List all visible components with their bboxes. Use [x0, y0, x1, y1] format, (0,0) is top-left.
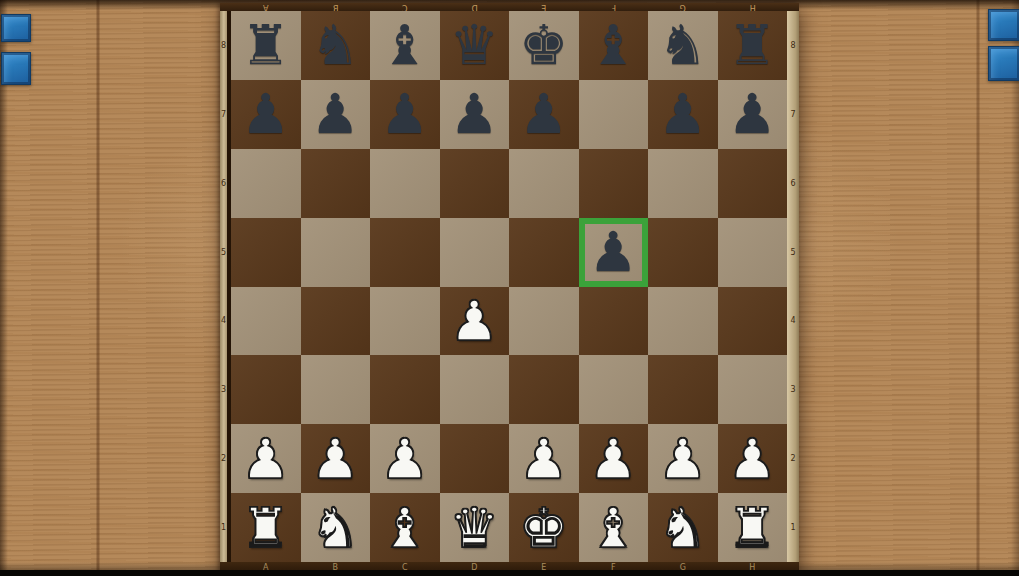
chess-board-frame: A B C D E F G H 8 7 6 5 4 3 2 1 ♜ ♞ ♝ ♛ … [220, 3, 799, 574]
square-g8[interactable]: ♞ [648, 11, 718, 80]
square-g3[interactable] [648, 355, 718, 424]
square-a3[interactable] [231, 355, 301, 424]
square-e6[interactable] [509, 149, 579, 218]
square-b1[interactable]: ♞ [301, 493, 371, 562]
piece-black-knight[interactable]: ♞ [658, 11, 707, 79]
square-d5[interactable] [440, 218, 510, 287]
file-label-top-f: F [579, 3, 649, 11]
square-c1[interactable]: ♝ [370, 493, 440, 562]
square-b6[interactable] [301, 149, 371, 218]
right-toolbar-button-1[interactable] [988, 9, 1019, 41]
piece-white-rook[interactable]: ♜ [728, 494, 777, 562]
square-h1[interactable]: ♜ [718, 493, 788, 562]
square-b5[interactable] [301, 218, 371, 287]
square-e8[interactable]: ♚ [509, 11, 579, 80]
piece-white-pawn[interactable]: ♟ [311, 425, 360, 493]
rank-labels-right: 8 7 6 5 4 3 2 1 [787, 11, 799, 562]
rank-label-left-4: 4 [220, 287, 227, 356]
piece-black-pawn[interactable]: ♟ [519, 80, 568, 148]
rank-label-right-2: 2 [787, 424, 799, 493]
piece-black-pawn[interactable]: ♟ [728, 80, 777, 148]
screen-edge-bar [0, 570, 1019, 576]
rank-label-right-8: 8 [787, 11, 799, 80]
square-h2[interactable]: ♟ [718, 424, 788, 493]
square-h4[interactable] [718, 287, 788, 356]
piece-black-bishop[interactable]: ♝ [589, 11, 638, 79]
square-b2[interactable]: ♟ [301, 424, 371, 493]
piece-black-pawn[interactable]: ♟ [589, 218, 638, 286]
piece-white-queen[interactable]: ♛ [450, 494, 499, 562]
rank-labels-left: 8 7 6 5 4 3 2 1 [220, 11, 227, 562]
square-e2[interactable]: ♟ [509, 424, 579, 493]
square-a7[interactable]: ♟ [231, 80, 301, 149]
rank-label-right-6: 6 [787, 149, 799, 218]
piece-white-pawn[interactable]: ♟ [241, 425, 290, 493]
piece-white-knight[interactable]: ♞ [658, 494, 707, 562]
piece-white-pawn[interactable]: ♟ [658, 425, 707, 493]
square-c7[interactable]: ♟ [370, 80, 440, 149]
square-c6[interactable] [370, 149, 440, 218]
piece-white-pawn[interactable]: ♟ [519, 425, 568, 493]
file-label-top-g: G [648, 3, 718, 11]
square-e4[interactable] [509, 287, 579, 356]
piece-black-knight[interactable]: ♞ [311, 11, 360, 79]
piece-black-king[interactable]: ♚ [519, 11, 568, 79]
square-c4[interactable] [370, 287, 440, 356]
piece-white-pawn[interactable]: ♟ [450, 287, 499, 355]
square-g5[interactable] [648, 218, 718, 287]
piece-black-rook[interactable]: ♜ [241, 11, 290, 79]
square-h8[interactable]: ♜ [718, 11, 788, 80]
file-label-top-a: A [231, 3, 301, 11]
square-f4[interactable] [579, 287, 649, 356]
square-g7[interactable]: ♟ [648, 80, 718, 149]
piece-white-pawn[interactable]: ♟ [380, 425, 429, 493]
file-labels-top: A B C D E F G H [220, 3, 799, 11]
square-c8[interactable]: ♝ [370, 11, 440, 80]
piece-black-bishop[interactable]: ♝ [380, 11, 429, 79]
square-d3[interactable] [440, 355, 510, 424]
rank-label-right-7: 7 [787, 80, 799, 149]
square-c2[interactable]: ♟ [370, 424, 440, 493]
square-c3[interactable] [370, 355, 440, 424]
square-g1[interactable]: ♞ [648, 493, 718, 562]
square-g4[interactable] [648, 287, 718, 356]
square-h5[interactable] [718, 218, 788, 287]
rank-label-left-6: 6 [220, 149, 227, 218]
rank-label-left-1: 1 [220, 493, 227, 562]
square-c5[interactable] [370, 218, 440, 287]
square-d4[interactable]: ♟ [440, 287, 510, 356]
piece-black-pawn[interactable]: ♟ [658, 80, 707, 148]
square-a8[interactable]: ♜ [231, 11, 301, 80]
square-a4[interactable] [231, 287, 301, 356]
square-d7[interactable]: ♟ [440, 80, 510, 149]
piece-black-pawn[interactable]: ♟ [380, 80, 429, 148]
square-d1[interactable]: ♛ [440, 493, 510, 562]
chess-board: ♜ ♞ ♝ ♛ ♚ ♝ ♞ ♜ ♟ ♟ ♟ ♟ ♟ ♟ ♟ ♟ [231, 11, 787, 562]
rank-label-left-2: 2 [220, 424, 227, 493]
square-h7[interactable]: ♟ [718, 80, 788, 149]
rank-label-left-3: 3 [220, 355, 227, 424]
piece-white-rook[interactable]: ♜ [241, 494, 290, 562]
square-d2[interactable] [440, 424, 510, 493]
piece-black-pawn[interactable]: ♟ [450, 80, 499, 148]
file-label-top-e: E [509, 3, 579, 11]
rank-label-left-8: 8 [220, 11, 227, 80]
square-e3[interactable] [509, 355, 579, 424]
right-toolbar-button-2[interactable] [988, 46, 1019, 81]
rank-label-left-5: 5 [220, 218, 227, 287]
square-d6[interactable] [440, 149, 510, 218]
square-b3[interactable] [301, 355, 371, 424]
square-e1[interactable]: ♚ [509, 493, 579, 562]
piece-white-king[interactable]: ♚ [519, 494, 568, 562]
square-b4[interactable] [301, 287, 371, 356]
piece-black-queen[interactable]: ♛ [450, 11, 499, 79]
rank-label-right-4: 4 [787, 287, 799, 356]
piece-black-pawn[interactable]: ♟ [311, 80, 360, 148]
square-f3[interactable] [579, 355, 649, 424]
piece-white-pawn[interactable]: ♟ [589, 425, 638, 493]
square-a2[interactable]: ♟ [231, 424, 301, 493]
square-b8[interactable]: ♞ [301, 11, 371, 80]
square-e7[interactable]: ♟ [509, 80, 579, 149]
square-f5-highlighted[interactable]: ♟ [579, 218, 649, 287]
piece-black-rook[interactable]: ♜ [728, 11, 777, 79]
square-g2[interactable]: ♟ [648, 424, 718, 493]
piece-white-bishop[interactable]: ♝ [380, 494, 429, 562]
square-f6[interactable] [579, 149, 649, 218]
rank-label-right-1: 1 [787, 493, 799, 562]
square-f2[interactable]: ♟ [579, 424, 649, 493]
square-a6[interactable] [231, 149, 301, 218]
square-h3[interactable] [718, 355, 788, 424]
square-f7[interactable] [579, 80, 649, 149]
rank-label-right-3: 3 [787, 355, 799, 424]
square-d8[interactable]: ♛ [440, 11, 510, 80]
piece-black-pawn[interactable]: ♟ [241, 80, 290, 148]
square-f1[interactable]: ♝ [579, 493, 649, 562]
file-label-top-c: C [370, 3, 440, 11]
piece-white-pawn[interactable]: ♟ [728, 425, 777, 493]
piece-white-bishop[interactable]: ♝ [589, 494, 638, 562]
square-f8[interactable]: ♝ [579, 11, 649, 80]
square-a1[interactable]: ♜ [231, 493, 301, 562]
square-h6[interactable] [718, 149, 788, 218]
file-label-top-d: D [440, 3, 510, 11]
file-label-top-b: B [301, 3, 371, 11]
left-toolbar-button-2[interactable] [1, 52, 31, 85]
file-label-top-h: H [718, 3, 788, 11]
square-a5[interactable] [231, 218, 301, 287]
rank-label-right-5: 5 [787, 218, 799, 287]
square-g6[interactable] [648, 149, 718, 218]
piece-white-knight[interactable]: ♞ [311, 494, 360, 562]
square-b7[interactable]: ♟ [301, 80, 371, 149]
left-toolbar-button-1[interactable] [1, 14, 31, 42]
rank-label-left-7: 7 [220, 80, 227, 149]
square-e5[interactable] [509, 218, 579, 287]
